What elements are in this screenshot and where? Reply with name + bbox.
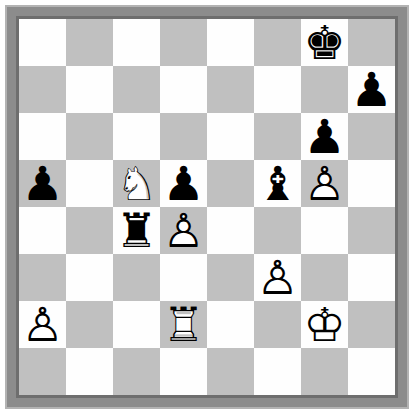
white-knight-c5: ♞♘ — [113, 160, 160, 207]
square-f6[interactable] — [254, 113, 301, 160]
piece-outline-glyph: ♔ — [301, 301, 348, 348]
square-c4[interactable]: ♜ — [113, 207, 160, 254]
square-a4[interactable] — [19, 207, 66, 254]
square-e4[interactable] — [207, 207, 254, 254]
square-d2[interactable]: ♜♖ — [160, 301, 207, 348]
square-f7[interactable] — [254, 66, 301, 113]
square-d4[interactable]: ♟♙ — [160, 207, 207, 254]
white-king-g2: ♚♔ — [301, 301, 348, 348]
black-pawn-d5: ♟ — [160, 160, 207, 207]
square-g4[interactable] — [301, 207, 348, 254]
square-e6[interactable] — [207, 113, 254, 160]
black-bishop-f5: ♝ — [254, 160, 301, 207]
piece-outline-glyph: ♙ — [301, 160, 348, 207]
square-e8[interactable] — [207, 19, 254, 66]
square-f3[interactable]: ♟♙ — [254, 254, 301, 301]
white-pawn-d4: ♟♙ — [160, 207, 207, 254]
square-a8[interactable] — [19, 19, 66, 66]
square-a6[interactable] — [19, 113, 66, 160]
white-pawn-a2: ♟♙ — [19, 301, 66, 348]
square-c5[interactable]: ♞♘ — [113, 160, 160, 207]
page-background: ♚♟♟♟♞♘♟♝♟♙♜♟♙♟♙♟♙♜♖♚♔ — [0, 0, 414, 413]
square-b7[interactable] — [66, 66, 113, 113]
square-b8[interactable] — [66, 19, 113, 66]
square-b1[interactable] — [66, 348, 113, 395]
square-f8[interactable] — [254, 19, 301, 66]
square-b6[interactable] — [66, 113, 113, 160]
square-h6[interactable] — [348, 113, 395, 160]
square-f4[interactable] — [254, 207, 301, 254]
square-h4[interactable] — [348, 207, 395, 254]
black-pawn-h7: ♟ — [348, 66, 395, 113]
square-d6[interactable] — [160, 113, 207, 160]
square-e1[interactable] — [207, 348, 254, 395]
square-h5[interactable] — [348, 160, 395, 207]
square-h1[interactable] — [348, 348, 395, 395]
square-e3[interactable] — [207, 254, 254, 301]
black-pawn-g6: ♟ — [301, 113, 348, 160]
square-d7[interactable] — [160, 66, 207, 113]
square-f2[interactable] — [254, 301, 301, 348]
square-c8[interactable] — [113, 19, 160, 66]
square-g2[interactable]: ♚♔ — [301, 301, 348, 348]
square-a2[interactable]: ♟♙ — [19, 301, 66, 348]
square-h3[interactable] — [348, 254, 395, 301]
piece-outline-glyph: ♖ — [160, 301, 207, 348]
square-c6[interactable] — [113, 113, 160, 160]
piece-outline-glyph: ♙ — [254, 254, 301, 301]
square-h8[interactable] — [348, 19, 395, 66]
square-a7[interactable] — [19, 66, 66, 113]
square-b2[interactable] — [66, 301, 113, 348]
black-king-g8: ♚ — [301, 19, 348, 66]
white-pawn-g5: ♟♙ — [301, 160, 348, 207]
square-b4[interactable] — [66, 207, 113, 254]
square-g3[interactable] — [301, 254, 348, 301]
piece-outline-glyph: ♘ — [113, 160, 160, 207]
square-c1[interactable] — [113, 348, 160, 395]
square-g1[interactable] — [301, 348, 348, 395]
square-c7[interactable] — [113, 66, 160, 113]
board-frame: ♚♟♟♟♞♘♟♝♟♙♜♟♙♟♙♟♙♜♖♚♔ — [5, 5, 409, 409]
square-a3[interactable] — [19, 254, 66, 301]
square-g6[interactable]: ♟ — [301, 113, 348, 160]
square-a1[interactable] — [19, 348, 66, 395]
black-rook-c4: ♜ — [113, 207, 160, 254]
square-c3[interactable] — [113, 254, 160, 301]
square-a5[interactable]: ♟ — [19, 160, 66, 207]
square-h7[interactable]: ♟ — [348, 66, 395, 113]
white-rook-d2: ♜♖ — [160, 301, 207, 348]
square-e2[interactable] — [207, 301, 254, 348]
square-d8[interactable] — [160, 19, 207, 66]
square-d1[interactable] — [160, 348, 207, 395]
piece-outline-glyph: ♙ — [160, 207, 207, 254]
square-g5[interactable]: ♟♙ — [301, 160, 348, 207]
square-g8[interactable]: ♚ — [301, 19, 348, 66]
piece-outline-glyph: ♙ — [19, 301, 66, 348]
square-e7[interactable] — [207, 66, 254, 113]
white-pawn-f3: ♟♙ — [254, 254, 301, 301]
square-f1[interactable] — [254, 348, 301, 395]
square-b5[interactable] — [66, 160, 113, 207]
square-d5[interactable]: ♟ — [160, 160, 207, 207]
square-c2[interactable] — [113, 301, 160, 348]
black-pawn-a5: ♟ — [19, 160, 66, 207]
square-e5[interactable] — [207, 160, 254, 207]
square-b3[interactable] — [66, 254, 113, 301]
square-d3[interactable] — [160, 254, 207, 301]
square-f5[interactable]: ♝ — [254, 160, 301, 207]
chessboard: ♚♟♟♟♞♘♟♝♟♙♜♟♙♟♙♟♙♜♖♚♔ — [19, 19, 395, 395]
square-g7[interactable] — [301, 66, 348, 113]
square-h2[interactable] — [348, 301, 395, 348]
board-frame-inner-edge: ♚♟♟♟♞♘♟♝♟♙♜♟♙♟♙♟♙♜♖♚♔ — [16, 16, 398, 398]
